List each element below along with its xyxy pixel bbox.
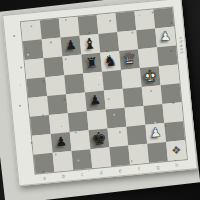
square-d7[interactable]: ♝: [80, 34, 101, 55]
dust-speckles-light: [3, 16, 5, 18]
square-h6[interactable]: [157, 46, 178, 67]
square-c4[interactable]: [66, 92, 87, 113]
square-e8[interactable]: [97, 13, 118, 34]
maker-emblem-icon: ❖: [171, 144, 182, 156]
square-b6[interactable]: [44, 56, 65, 77]
square-b5[interactable]: [45, 75, 66, 96]
square-h8[interactable]: [153, 8, 174, 29]
square-c3[interactable]: [68, 111, 89, 132]
file-label-d: d: [91, 166, 111, 178]
piece-white-queen-f6[interactable]: ♛: [121, 48, 137, 68]
file-label-e: e: [110, 165, 130, 177]
square-d2[interactable]: ♚: [89, 128, 110, 149]
piece-white-pawn-h7[interactable]: ♟: [159, 28, 172, 44]
square-g5[interactable]: ♚: [140, 66, 161, 87]
square-e2[interactable]: [108, 127, 129, 148]
square-c2[interactable]: [70, 130, 91, 151]
square-g3[interactable]: [144, 104, 165, 125]
square-b1[interactable]: [53, 151, 74, 172]
photo-background: ♟♝♟♜♞♛♚♟♟♚♟❖ abcdefgh chess: [0, 0, 200, 200]
file-label-a: a: [35, 172, 55, 184]
square-h3[interactable]: [162, 102, 183, 123]
square-c6[interactable]: [62, 55, 83, 76]
piece-white-king-g5[interactable]: ♚: [142, 65, 159, 86]
board-grid: ♟♝♟♜♞♛♚♟♟♚♟❖: [20, 7, 188, 175]
piece-white-pawn-g2[interactable]: ♟: [149, 124, 162, 140]
edge-print-text: chess: [178, 37, 185, 55]
square-b4[interactable]: [47, 94, 68, 115]
square-h1[interactable]: ❖: [166, 140, 187, 161]
dust-speckles-small: [3, 16, 4, 17]
square-e7[interactable]: [98, 32, 119, 53]
dust-speckles: [3, 16, 5, 18]
square-g2[interactable]: ♟: [145, 123, 166, 144]
piece-black-knight-e6[interactable]: ♞: [103, 51, 118, 70]
square-d5[interactable]: [83, 72, 104, 93]
file-label-f: f: [129, 163, 149, 175]
square-d6[interactable]: ♜: [81, 53, 102, 74]
square-b3[interactable]: [49, 113, 70, 134]
square-a6[interactable]: [25, 58, 46, 79]
square-b2[interactable]: ♟: [51, 132, 72, 153]
file-label-g: g: [148, 161, 168, 173]
square-c7[interactable]: ♟: [61, 36, 82, 57]
square-d1[interactable]: [90, 147, 111, 168]
square-h5[interactable]: [159, 64, 180, 85]
piece-black-pawn-b2[interactable]: ♟: [55, 133, 68, 149]
piece-black-rook-d6[interactable]: ♜: [85, 54, 99, 71]
square-f6[interactable]: ♛: [119, 49, 140, 70]
square-a8[interactable]: [21, 20, 42, 41]
piece-black-pawn-d4[interactable]: ♟: [89, 92, 102, 108]
square-g7[interactable]: [136, 28, 157, 49]
square-e4[interactable]: [104, 89, 125, 110]
square-c5[interactable]: [64, 74, 85, 95]
square-f3[interactable]: [125, 106, 146, 127]
piece-black-king-d2[interactable]: ♚: [90, 127, 107, 148]
square-g4[interactable]: [142, 85, 163, 106]
square-e1[interactable]: [109, 146, 130, 167]
square-d4[interactable]: ♟: [85, 91, 106, 112]
square-h2[interactable]: [164, 121, 185, 142]
file-label-c: c: [72, 168, 92, 180]
piece-black-bishop-d7[interactable]: ♝: [82, 34, 97, 53]
square-a2[interactable]: [32, 134, 53, 155]
square-b7[interactable]: [42, 38, 63, 59]
square-a4[interactable]: [28, 96, 49, 117]
file-label-b: b: [53, 170, 73, 182]
square-f8[interactable]: [116, 11, 137, 32]
square-h7[interactable]: ♟: [155, 27, 176, 48]
square-c8[interactable]: [59, 17, 80, 38]
square-f1[interactable]: [128, 144, 149, 165]
square-e5[interactable]: [102, 70, 123, 91]
piece-black-pawn-c7[interactable]: ♟: [64, 37, 77, 53]
square-e3[interactable]: [106, 108, 127, 129]
chessboard: ♟♝♟♜♞♛♚♟♟♚♟❖ abcdefgh chess: [2, 0, 198, 186]
square-a1[interactable]: [34, 153, 55, 174]
square-a7[interactable]: [23, 39, 44, 60]
square-f5[interactable]: [121, 68, 142, 89]
square-h4[interactable]: [161, 83, 182, 104]
square-b8[interactable]: [40, 19, 61, 40]
file-label-h: h: [167, 159, 187, 171]
square-f2[interactable]: [126, 125, 147, 146]
square-g8[interactable]: [134, 10, 155, 31]
square-g1[interactable]: [147, 142, 168, 163]
square-a3[interactable]: [30, 115, 51, 136]
square-c1[interactable]: [72, 149, 93, 170]
square-e6[interactable]: ♞: [100, 51, 121, 72]
square-a5[interactable]: [26, 77, 47, 98]
square-f4[interactable]: [123, 87, 144, 108]
